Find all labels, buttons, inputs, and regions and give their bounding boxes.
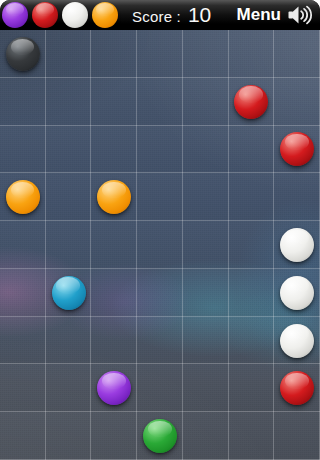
next-ball-white	[62, 2, 88, 28]
cell-r1c2[interactable]	[91, 78, 137, 126]
score-value: 10	[188, 3, 211, 27]
cell-r1c6[interactable]	[274, 78, 320, 126]
cell-r2c1[interactable]	[46, 126, 92, 174]
cell-r3c3[interactable]	[137, 173, 183, 221]
cell-r6c3[interactable]	[137, 317, 183, 365]
cell-r6c2[interactable]	[91, 317, 137, 365]
cell-r1c1[interactable]	[46, 78, 92, 126]
cell-r8c1[interactable]	[46, 412, 92, 460]
cell-r5c2[interactable]	[91, 269, 137, 317]
board-grid	[0, 30, 320, 460]
cell-r4c4[interactable]	[183, 221, 229, 269]
cell-r1c0[interactable]	[0, 78, 46, 126]
score-label: Score :	[132, 8, 181, 25]
orange-ball[interactable]	[97, 180, 131, 214]
red-ball[interactable]	[280, 132, 314, 166]
cell-r6c5[interactable]	[229, 317, 275, 365]
cell-r2c2[interactable]	[91, 126, 137, 174]
cell-r8c0[interactable]	[0, 412, 46, 460]
white-ball[interactable]	[280, 228, 314, 262]
cell-r2c6[interactable]	[274, 126, 320, 174]
white-ball[interactable]	[280, 276, 314, 310]
cell-r8c6[interactable]	[274, 412, 320, 460]
menu-group: Menu	[237, 5, 320, 25]
cell-r5c3[interactable]	[137, 269, 183, 317]
cell-r6c1[interactable]	[46, 317, 92, 365]
app-screen: Score : 10 Menu	[0, 0, 320, 460]
top-bar: Score : 10 Menu	[0, 0, 320, 30]
purple-ball[interactable]	[97, 371, 131, 405]
cell-r1c4[interactable]	[183, 78, 229, 126]
white-ball[interactable]	[280, 324, 314, 358]
speaker-on-icon[interactable]	[288, 5, 313, 25]
cell-r7c4[interactable]	[183, 364, 229, 412]
orange-ball[interactable]	[6, 180, 40, 214]
cell-r4c3[interactable]	[137, 221, 183, 269]
cell-r5c1[interactable]	[46, 269, 92, 317]
cell-r8c3[interactable]	[137, 412, 183, 460]
cell-r5c6[interactable]	[274, 269, 320, 317]
cell-r2c4[interactable]	[183, 126, 229, 174]
cell-r2c5[interactable]	[229, 126, 275, 174]
black-ball[interactable]	[6, 37, 40, 71]
red-ball[interactable]	[280, 371, 314, 405]
cell-r0c6[interactable]	[274, 30, 320, 78]
cell-r6c4[interactable]	[183, 317, 229, 365]
cell-r1c5[interactable]	[229, 78, 275, 126]
cell-r5c0[interactable]	[0, 269, 46, 317]
next-ball-red	[32, 2, 58, 28]
green-ball[interactable]	[143, 419, 177, 453]
cell-r7c2[interactable]	[91, 364, 137, 412]
cell-r2c0[interactable]	[0, 126, 46, 174]
score-display: Score : 10	[132, 3, 211, 27]
cell-r0c5[interactable]	[229, 30, 275, 78]
cell-r0c0[interactable]	[0, 30, 46, 78]
cell-r7c1[interactable]	[46, 364, 92, 412]
cell-r3c4[interactable]	[183, 173, 229, 221]
cell-r3c6[interactable]	[274, 173, 320, 221]
cell-r4c6[interactable]	[274, 221, 320, 269]
cell-r7c0[interactable]	[0, 364, 46, 412]
red-ball[interactable]	[234, 85, 268, 119]
cell-r7c5[interactable]	[229, 364, 275, 412]
cell-r4c5[interactable]	[229, 221, 275, 269]
cell-r8c2[interactable]	[91, 412, 137, 460]
cell-r8c4[interactable]	[183, 412, 229, 460]
cell-r4c0[interactable]	[0, 221, 46, 269]
next-balls-tray	[2, 2, 118, 28]
cyan-ball[interactable]	[52, 276, 86, 310]
cell-r0c1[interactable]	[46, 30, 92, 78]
cell-r3c1[interactable]	[46, 173, 92, 221]
cell-r3c0[interactable]	[0, 173, 46, 221]
cell-r2c3[interactable]	[137, 126, 183, 174]
game-board	[0, 30, 320, 460]
cell-r7c3[interactable]	[137, 364, 183, 412]
cell-r3c5[interactable]	[229, 173, 275, 221]
cell-r4c2[interactable]	[91, 221, 137, 269]
cell-r1c3[interactable]	[137, 78, 183, 126]
menu-button[interactable]: Menu	[237, 5, 281, 25]
cell-r8c5[interactable]	[229, 412, 275, 460]
cell-r3c2[interactable]	[91, 173, 137, 221]
cell-r4c1[interactable]	[46, 221, 92, 269]
cell-r6c0[interactable]	[0, 317, 46, 365]
next-ball-orange	[92, 2, 118, 28]
next-ball-purple	[2, 2, 28, 28]
cell-r7c6[interactable]	[274, 364, 320, 412]
cell-r5c4[interactable]	[183, 269, 229, 317]
cell-r0c3[interactable]	[137, 30, 183, 78]
cell-r5c5[interactable]	[229, 269, 275, 317]
cell-r0c2[interactable]	[91, 30, 137, 78]
cell-r6c6[interactable]	[274, 317, 320, 365]
cell-r0c4[interactable]	[183, 30, 229, 78]
